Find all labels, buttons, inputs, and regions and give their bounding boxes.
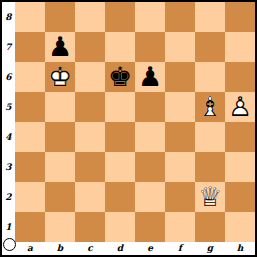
square-a8[interactable] <box>15 2 45 32</box>
square-c4[interactable] <box>75 122 105 152</box>
file-label-a: a <box>15 242 45 255</box>
square-f5[interactable] <box>165 92 195 122</box>
square-g4[interactable] <box>195 122 225 152</box>
square-g8[interactable] <box>195 2 225 32</box>
white-queen[interactable]: ♛♕ <box>195 182 225 212</box>
square-f7[interactable] <box>165 32 195 62</box>
square-d1[interactable] <box>105 212 135 242</box>
piece-outline: ♗ <box>195 92 225 122</box>
file-label-g: g <box>195 242 225 255</box>
square-a5[interactable] <box>15 92 45 122</box>
square-d8[interactable] <box>105 2 135 32</box>
black-pawn[interactable]: ♟ <box>135 62 165 92</box>
square-g5[interactable]: ♝♗ <box>195 92 225 122</box>
square-c7[interactable] <box>75 32 105 62</box>
square-h8[interactable] <box>225 2 255 32</box>
square-a7[interactable] <box>15 32 45 62</box>
square-d7[interactable] <box>105 32 135 62</box>
rank-label-8: 8 <box>2 2 15 32</box>
white-bishop[interactable]: ♝♗ <box>195 92 225 122</box>
square-b7[interactable]: ♟ <box>45 32 75 62</box>
square-b2[interactable] <box>45 182 75 212</box>
square-a6[interactable] <box>15 62 45 92</box>
chess-board[interactable]: ♟♚♔♚♟♝♗♟♙♛♕ <box>15 2 255 242</box>
square-b5[interactable] <box>45 92 75 122</box>
file-labels: abcdefgh <box>15 242 255 255</box>
square-f4[interactable] <box>165 122 195 152</box>
square-h7[interactable] <box>225 32 255 62</box>
square-g3[interactable] <box>195 152 225 182</box>
square-b6[interactable]: ♚♔ <box>45 62 75 92</box>
square-h4[interactable] <box>225 122 255 152</box>
white-to-move-indicator <box>3 238 16 251</box>
square-h2[interactable] <box>225 182 255 212</box>
square-h1[interactable] <box>225 212 255 242</box>
square-b3[interactable] <box>45 152 75 182</box>
piece-glyph: ♟ <box>45 32 75 62</box>
square-e5[interactable] <box>135 92 165 122</box>
square-f6[interactable] <box>165 62 195 92</box>
square-e8[interactable] <box>135 2 165 32</box>
square-h3[interactable] <box>225 152 255 182</box>
square-e2[interactable] <box>135 182 165 212</box>
rank-label-7: 7 <box>2 32 15 62</box>
square-d3[interactable] <box>105 152 135 182</box>
square-f8[interactable] <box>165 2 195 32</box>
square-d6[interactable]: ♚ <box>105 62 135 92</box>
square-d5[interactable] <box>105 92 135 122</box>
square-f2[interactable] <box>165 182 195 212</box>
rank-label-5: 5 <box>2 92 15 122</box>
square-h5[interactable]: ♟♙ <box>225 92 255 122</box>
file-label-d: d <box>105 242 135 255</box>
square-e7[interactable] <box>135 32 165 62</box>
square-c3[interactable] <box>75 152 105 182</box>
square-e6[interactable]: ♟ <box>135 62 165 92</box>
square-f3[interactable] <box>165 152 195 182</box>
square-a2[interactable] <box>15 182 45 212</box>
square-c2[interactable] <box>75 182 105 212</box>
piece-outline: ♕ <box>195 182 225 212</box>
square-a3[interactable] <box>15 152 45 182</box>
chess-diagram-frame: 87654321 ♟♚♔♚♟♝♗♟♙♛♕ abcdefgh <box>0 0 257 257</box>
white-king[interactable]: ♚♔ <box>45 62 75 92</box>
piece-outline: ♔ <box>45 62 75 92</box>
square-e1[interactable] <box>135 212 165 242</box>
square-c5[interactable] <box>75 92 105 122</box>
square-c1[interactable] <box>75 212 105 242</box>
rank-labels: 87654321 <box>2 2 15 242</box>
square-a1[interactable] <box>15 212 45 242</box>
black-pawn[interactable]: ♟ <box>45 32 75 62</box>
square-g2[interactable]: ♛♕ <box>195 182 225 212</box>
square-f1[interactable] <box>165 212 195 242</box>
piece-glyph: ♚ <box>105 62 135 92</box>
square-g1[interactable] <box>195 212 225 242</box>
square-e3[interactable] <box>135 152 165 182</box>
square-d4[interactable] <box>105 122 135 152</box>
file-label-c: c <box>75 242 105 255</box>
square-b8[interactable] <box>45 2 75 32</box>
square-d2[interactable] <box>105 182 135 212</box>
square-g6[interactable] <box>195 62 225 92</box>
square-g7[interactable] <box>195 32 225 62</box>
piece-outline: ♙ <box>225 92 255 122</box>
square-b4[interactable] <box>45 122 75 152</box>
black-king[interactable]: ♚ <box>105 62 135 92</box>
file-label-b: b <box>45 242 75 255</box>
rank-label-2: 2 <box>2 182 15 212</box>
file-label-h: h <box>225 242 255 255</box>
piece-glyph: ♟ <box>135 62 165 92</box>
square-e4[interactable] <box>135 122 165 152</box>
square-a4[interactable] <box>15 122 45 152</box>
file-label-e: e <box>135 242 165 255</box>
rank-label-4: 4 <box>2 122 15 152</box>
square-h6[interactable] <box>225 62 255 92</box>
square-b1[interactable] <box>45 212 75 242</box>
rank-label-6: 6 <box>2 62 15 92</box>
white-pawn[interactable]: ♟♙ <box>225 92 255 122</box>
square-c6[interactable] <box>75 62 105 92</box>
rank-label-3: 3 <box>2 152 15 182</box>
file-label-f: f <box>165 242 195 255</box>
square-c8[interactable] <box>75 2 105 32</box>
